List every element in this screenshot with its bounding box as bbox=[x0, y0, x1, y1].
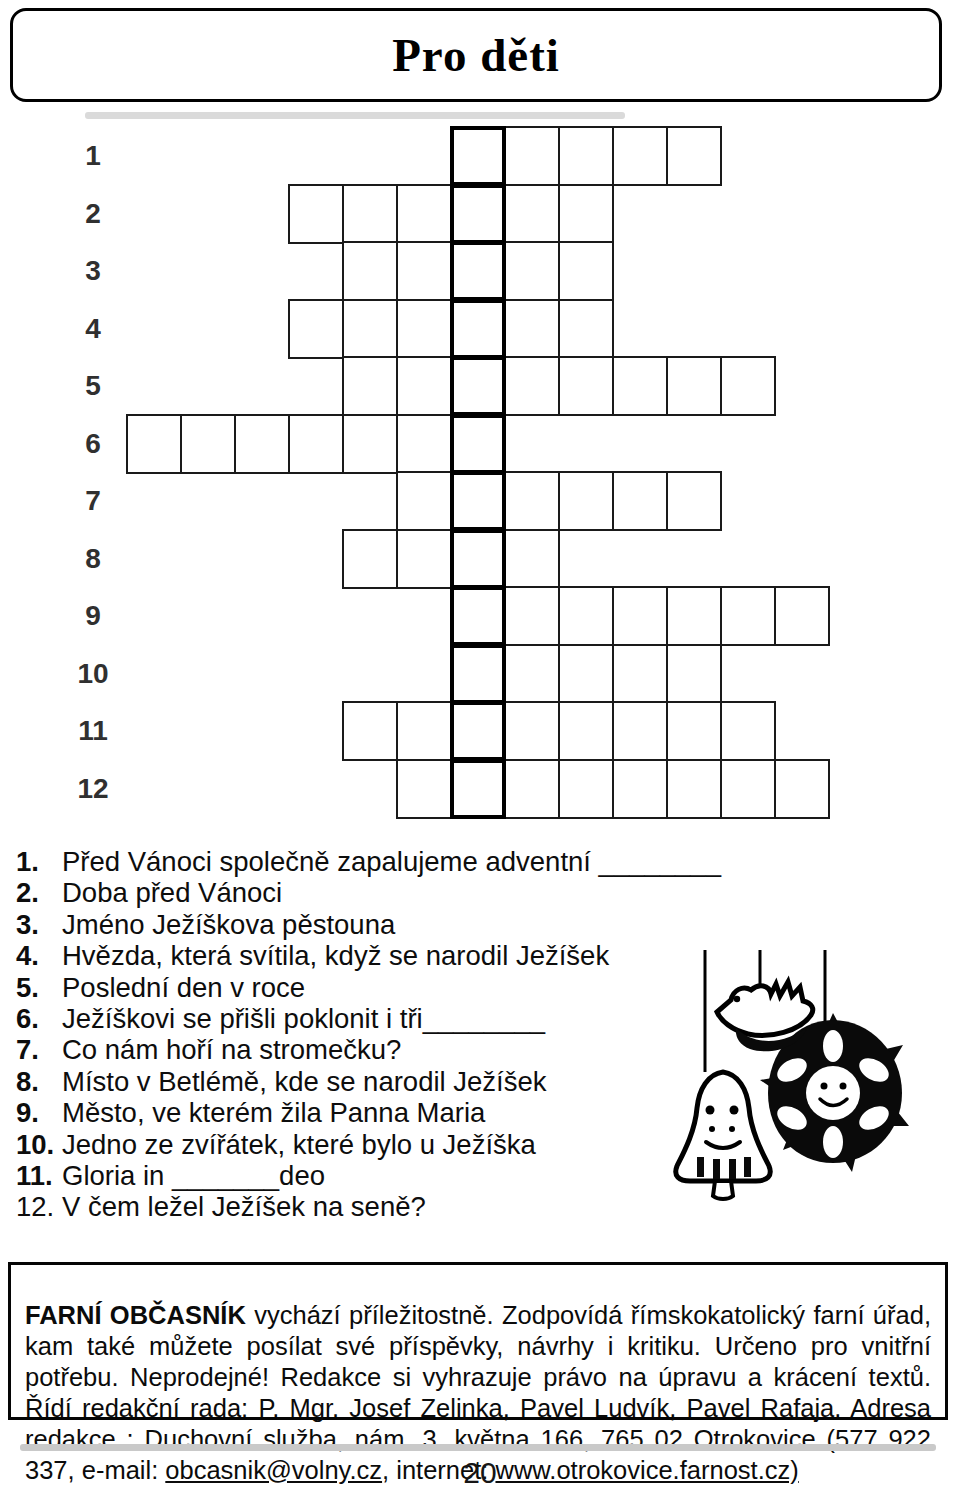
crossword-cell[interactable] bbox=[666, 471, 722, 531]
footer-box: FARNÍ OBČASNÍK vychází příležitostně. Zo… bbox=[8, 1262, 948, 1420]
clue-number: 10. bbox=[16, 1129, 62, 1160]
clue-text: Jméno Ježíškova pěstouna bbox=[62, 909, 395, 940]
crossword-cell[interactable] bbox=[720, 759, 776, 819]
crossword-cell[interactable] bbox=[342, 241, 398, 301]
clue-item: 1.Před Vánoci společně zapalujeme advent… bbox=[16, 846, 716, 877]
row-number-label: 12 bbox=[70, 773, 116, 805]
clue-item: 5.Poslední den v roce bbox=[16, 972, 716, 1003]
crossword-secret-cell[interactable] bbox=[450, 299, 506, 359]
row-number-label: 7 bbox=[70, 485, 116, 517]
clue-text: Ježíškovi se přišli poklonit i tři______… bbox=[62, 1003, 545, 1034]
crossword-secret-cell[interactable] bbox=[450, 586, 506, 646]
clue-item: 4.Hvězda, která svítila, když se narodil… bbox=[16, 940, 716, 971]
crossword-secret-cell[interactable] bbox=[450, 529, 506, 589]
crossword-cell[interactable] bbox=[774, 759, 830, 819]
clue-text: Hvězda, která svítila, když se narodil J… bbox=[62, 940, 609, 971]
clue-item: 6.Ježíškovi se přišli poklonit i tři____… bbox=[16, 1003, 716, 1034]
crossword-secret-cell[interactable] bbox=[450, 356, 506, 416]
clue-number: 4. bbox=[16, 940, 62, 971]
crossword-cell[interactable] bbox=[180, 414, 236, 474]
crossword-cell[interactable] bbox=[504, 126, 560, 186]
row-number-label: 6 bbox=[70, 428, 116, 460]
row-number-label: 8 bbox=[70, 543, 116, 575]
bell-ornament-icon bbox=[676, 1072, 770, 1199]
crossword-cell[interactable] bbox=[774, 586, 830, 646]
crossword-cell[interactable] bbox=[666, 586, 722, 646]
clue-item: 10.Jedno ze zvířátek, které bylo u Ježíš… bbox=[16, 1129, 716, 1160]
clue-number: 2. bbox=[16, 877, 62, 908]
crossword-cell[interactable] bbox=[558, 299, 614, 359]
crossword-cell[interactable] bbox=[558, 759, 614, 819]
clue-text: Co nám hoří na stromečku? bbox=[62, 1034, 401, 1065]
crossword-cell[interactable] bbox=[558, 471, 614, 531]
crossword-grid: 123456789101112 bbox=[0, 0, 960, 840]
crossword-cell[interactable] bbox=[288, 184, 344, 244]
crossword-cell[interactable] bbox=[612, 759, 668, 819]
crossword-cell[interactable] bbox=[396, 414, 452, 474]
clue-number: 3. bbox=[16, 909, 62, 940]
crossword-cell[interactable] bbox=[504, 701, 560, 761]
bell-clapper-icon bbox=[713, 1181, 733, 1199]
row-number-label: 3 bbox=[70, 255, 116, 287]
clue-item: 3.Jméno Ježíškova pěstouna bbox=[16, 909, 716, 940]
clue-item: 7.Co nám hoří na stromečku? bbox=[16, 1034, 716, 1065]
row-number-label: 5 bbox=[70, 370, 116, 402]
crossword-cell[interactable] bbox=[558, 356, 614, 416]
crossword-secret-cell[interactable] bbox=[450, 414, 506, 474]
crossword-cell[interactable] bbox=[504, 471, 560, 531]
clue-number: 9. bbox=[16, 1097, 62, 1128]
crossword-cell[interactable] bbox=[720, 586, 776, 646]
crossword-secret-cell[interactable] bbox=[450, 241, 506, 301]
page-number: 20 bbox=[0, 1456, 960, 1490]
clue-text: Před Vánoci společně zapalujeme adventní… bbox=[62, 846, 721, 877]
clue-number: 6. bbox=[16, 1003, 62, 1034]
footer-text-segment: FARNÍ OBČASNÍK bbox=[25, 1301, 254, 1329]
row-number-label: 10 bbox=[70, 658, 116, 690]
crossword-cell[interactable] bbox=[612, 126, 668, 186]
crossword-cell[interactable] bbox=[612, 644, 668, 704]
crossword-cell[interactable] bbox=[126, 414, 182, 474]
crossword-cell[interactable] bbox=[666, 644, 722, 704]
clue-text: Místo v Betlémě, kde se narodil Ježíšek bbox=[62, 1066, 547, 1097]
clue-item: 11.Gloria in _______deo bbox=[16, 1160, 716, 1191]
row-number-label: 9 bbox=[70, 600, 116, 632]
crossword-cell[interactable] bbox=[504, 644, 560, 704]
crossword-cell[interactable] bbox=[342, 299, 398, 359]
crossword-cell[interactable] bbox=[666, 126, 722, 186]
clue-text: Poslední den v roce bbox=[62, 972, 305, 1003]
crossword-cell[interactable] bbox=[558, 241, 614, 301]
clue-number: 5. bbox=[16, 972, 62, 1003]
clue-text: Jedno ze zvířátek, které bylo u Ježíška bbox=[62, 1129, 536, 1160]
clue-list: 1.Před Vánoci společně zapalujeme advent… bbox=[16, 846, 716, 1223]
crossword-cell[interactable] bbox=[612, 356, 668, 416]
row-number-label: 2 bbox=[70, 198, 116, 230]
crossword-secret-cell[interactable] bbox=[450, 644, 506, 704]
clue-text: Město, ve kterém žila Panna Maria bbox=[62, 1097, 485, 1128]
crossword-cell[interactable] bbox=[396, 241, 452, 301]
christmas-ornaments-illustration bbox=[620, 950, 960, 1240]
clue-number: 7. bbox=[16, 1034, 62, 1065]
crossword-cell[interactable] bbox=[720, 356, 776, 416]
crossword-cell[interactable] bbox=[666, 759, 722, 819]
crossword-cell[interactable] bbox=[288, 299, 344, 359]
crossword-cell[interactable] bbox=[720, 701, 776, 761]
crossword-secret-cell[interactable] bbox=[450, 184, 506, 244]
clue-item: 12.V čem ležel Ježíšek na seně? bbox=[16, 1191, 716, 1222]
crossword-cell[interactable] bbox=[396, 471, 452, 531]
clue-number: 8. bbox=[16, 1066, 62, 1097]
crossword-cell[interactable] bbox=[504, 356, 560, 416]
crossword-secret-cell[interactable] bbox=[450, 759, 506, 819]
crossword-cell[interactable] bbox=[234, 414, 290, 474]
crossword-cell[interactable] bbox=[612, 701, 668, 761]
crossword-cell[interactable] bbox=[504, 586, 560, 646]
crossword-cell[interactable] bbox=[504, 759, 560, 819]
crossword-cell[interactable] bbox=[612, 586, 668, 646]
clue-text: V čem ležel Ježíšek na seně? bbox=[62, 1191, 426, 1222]
crossword-cell[interactable] bbox=[396, 184, 452, 244]
row-number-label: 4 bbox=[70, 313, 116, 345]
clue-text: Doba před Vánoci bbox=[62, 877, 282, 908]
crossword-cell[interactable] bbox=[342, 184, 398, 244]
crossword-cell[interactable] bbox=[396, 529, 452, 589]
crossword-secret-cell[interactable] bbox=[450, 471, 506, 531]
row-number-label: 11 bbox=[70, 715, 116, 747]
clue-item: 8.Místo v Betlémě, kde se narodil Ježíše… bbox=[16, 1066, 716, 1097]
clue-number: 11. bbox=[16, 1160, 62, 1191]
crossword-cell[interactable] bbox=[504, 241, 560, 301]
crossword-cell[interactable] bbox=[558, 184, 614, 244]
crossword-cell[interactable] bbox=[342, 701, 398, 761]
crossword-cell[interactable] bbox=[558, 126, 614, 186]
crossword-cell[interactable] bbox=[558, 644, 614, 704]
row-number-label: 1 bbox=[70, 140, 116, 172]
clue-number: 1. bbox=[16, 846, 62, 877]
crossword-cell[interactable] bbox=[558, 586, 614, 646]
clue-item: 9.Město, ve kterém žila Panna Maria bbox=[16, 1097, 716, 1128]
crossword-cell[interactable] bbox=[666, 356, 722, 416]
crossword-cell[interactable] bbox=[342, 414, 398, 474]
crossword-cell[interactable] bbox=[396, 299, 452, 359]
crossword-cell[interactable] bbox=[558, 701, 614, 761]
crossword-cell[interactable] bbox=[396, 356, 452, 416]
crossword-cell[interactable] bbox=[666, 701, 722, 761]
clue-number: 12. bbox=[16, 1191, 62, 1222]
star-ornament-icon bbox=[760, 1013, 909, 1172]
crossword-cell[interactable] bbox=[396, 759, 452, 819]
crossword-cell[interactable] bbox=[342, 356, 398, 416]
clue-item: 2.Doba před Vánoci bbox=[16, 877, 716, 908]
crossword-secret-cell[interactable] bbox=[450, 126, 506, 186]
crossword-cell[interactable] bbox=[342, 529, 398, 589]
clue-text: Gloria in _______deo bbox=[62, 1160, 325, 1191]
crossword-cell[interactable] bbox=[612, 471, 668, 531]
divider-rule bbox=[20, 1444, 936, 1451]
crossword-cell[interactable] bbox=[288, 414, 344, 474]
crossword-secret-cell[interactable] bbox=[450, 701, 506, 761]
crossword-cell[interactable] bbox=[504, 529, 560, 589]
crossword-cell[interactable] bbox=[504, 184, 560, 244]
crossword-cell[interactable] bbox=[396, 701, 452, 761]
crossword-cell[interactable] bbox=[504, 299, 560, 359]
